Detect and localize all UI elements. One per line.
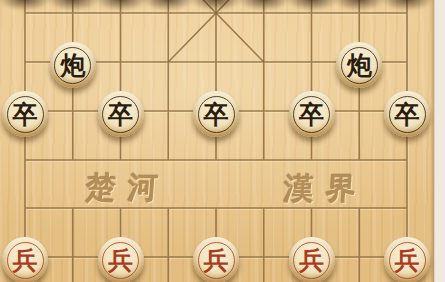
black-soldier-glyph: 卒	[2, 91, 48, 137]
river-label-han-jie: 漢界	[283, 169, 370, 210]
red-soldier-glyph: 兵	[193, 237, 239, 282]
piece-red-soldier-f9[interactable]: 兵	[384, 237, 430, 282]
piece-black-soldier-f7[interactable]: 卒	[289, 91, 335, 137]
black-cannon-glyph: 炮	[336, 42, 382, 88]
river-label-chu-he: 楚河	[85, 168, 172, 209]
piece-red-soldier-f1[interactable]: 兵	[2, 237, 48, 282]
piece-red-soldier-f7[interactable]: 兵	[289, 237, 335, 282]
piece-black-soldier-f5[interactable]: 卒	[193, 91, 239, 137]
red-soldier-glyph: 兵	[289, 237, 335, 282]
piece-black-soldier-f9[interactable]: 卒	[384, 91, 430, 137]
piece-red-soldier-f5[interactable]: 兵	[193, 237, 239, 282]
black-soldier-glyph: 卒	[98, 91, 144, 137]
black-soldier-glyph: 卒	[384, 91, 430, 137]
red-soldier-glyph: 兵	[2, 237, 48, 282]
piece-black-soldier-f3[interactable]: 卒	[98, 91, 144, 137]
xiangqi-board[interactable]: 楚河 漢界 炮炮卒卒卒卒卒兵兵兵兵兵	[0, 0, 434, 282]
black-soldier-glyph: 卒	[289, 91, 335, 137]
black-cannon-glyph: 炮	[50, 42, 96, 88]
red-soldier-glyph: 兵	[384, 237, 430, 282]
piece-red-soldier-f3[interactable]: 兵	[98, 237, 144, 282]
red-soldier-glyph: 兵	[98, 237, 144, 282]
piece-black-soldier-f1[interactable]: 卒	[2, 91, 48, 137]
piece-black-cannon-f2[interactable]: 炮	[50, 42, 96, 88]
black-soldier-glyph: 卒	[193, 91, 239, 137]
screenshot-root: 楚河 漢界 炮炮卒卒卒卒卒兵兵兵兵兵	[0, 0, 445, 282]
piece-black-cannon-f8[interactable]: 炮	[336, 42, 382, 88]
right-edge-strip	[434, 0, 445, 282]
